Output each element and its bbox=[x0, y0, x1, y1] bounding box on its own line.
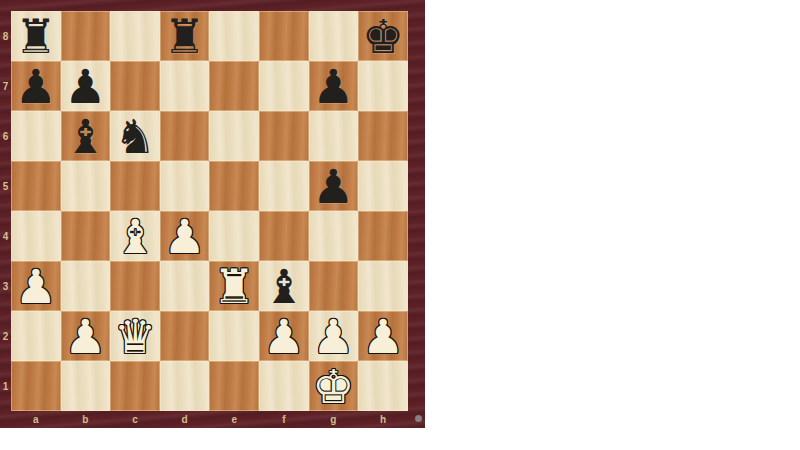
square-b8[interactable] bbox=[61, 11, 111, 61]
square-e2[interactable] bbox=[209, 311, 259, 361]
square-d7[interactable] bbox=[160, 61, 210, 111]
square-h8[interactable]: ♚ bbox=[358, 11, 408, 61]
square-h2[interactable]: ♟ bbox=[358, 311, 408, 361]
square-g7[interactable]: ♟ bbox=[309, 61, 359, 111]
square-g5[interactable]: ♟ bbox=[309, 161, 359, 211]
square-f2[interactable]: ♟ bbox=[259, 311, 309, 361]
square-d8[interactable]: ♜ bbox=[160, 11, 210, 61]
rank-label-7: 7 bbox=[0, 61, 11, 111]
square-b6[interactable]: ♝ bbox=[61, 111, 111, 161]
rank-label-5: 5 bbox=[0, 161, 11, 211]
rank-label-6: 6 bbox=[0, 111, 11, 161]
square-e5[interactable] bbox=[209, 161, 259, 211]
square-b5[interactable] bbox=[61, 161, 111, 211]
square-f5[interactable] bbox=[259, 161, 309, 211]
square-g1[interactable]: ♚ bbox=[309, 361, 359, 411]
square-a3[interactable]: ♟ bbox=[11, 261, 61, 311]
square-a2[interactable] bbox=[11, 311, 61, 361]
square-e7[interactable] bbox=[209, 61, 259, 111]
square-h1[interactable] bbox=[358, 361, 408, 411]
chess-board: ♜♜♚♟♟♟♝♞♟♝♟♟♜♝♟♛♟♟♟♚ 87654321 abcdefgh bbox=[0, 0, 425, 428]
file-label-f: f bbox=[259, 411, 309, 428]
black-king-h8: ♚ bbox=[362, 12, 404, 61]
square-e6[interactable] bbox=[209, 111, 259, 161]
square-d1[interactable] bbox=[160, 361, 210, 411]
square-d5[interactable] bbox=[160, 161, 210, 211]
square-h5[interactable] bbox=[358, 161, 408, 211]
white-pawn-d4: ♟ bbox=[164, 212, 206, 261]
square-c8[interactable] bbox=[110, 11, 160, 61]
black-rook-d8: ♜ bbox=[164, 12, 206, 61]
square-g4[interactable] bbox=[309, 211, 359, 261]
square-f7[interactable] bbox=[259, 61, 309, 111]
square-b1[interactable] bbox=[61, 361, 111, 411]
black-pawn-g5: ♟ bbox=[312, 162, 354, 211]
white-bishop-c4: ♝ bbox=[114, 212, 156, 261]
square-d6[interactable] bbox=[160, 111, 210, 161]
corner-dot bbox=[415, 415, 422, 422]
white-pawn-g2: ♟ bbox=[312, 312, 354, 361]
square-f1[interactable] bbox=[259, 361, 309, 411]
rank-label-1: 1 bbox=[0, 361, 11, 411]
square-d3[interactable] bbox=[160, 261, 210, 311]
square-h3[interactable] bbox=[358, 261, 408, 311]
square-g2[interactable]: ♟ bbox=[309, 311, 359, 361]
square-b4[interactable] bbox=[61, 211, 111, 261]
square-c6[interactable]: ♞ bbox=[110, 111, 160, 161]
white-pawn-h2: ♟ bbox=[362, 312, 404, 361]
board-grid: ♜♜♚♟♟♟♝♞♟♝♟♟♜♝♟♛♟♟♟♚ bbox=[11, 11, 408, 411]
square-b2[interactable]: ♟ bbox=[61, 311, 111, 361]
white-rook-e3: ♜ bbox=[213, 262, 255, 311]
square-c5[interactable] bbox=[110, 161, 160, 211]
square-e4[interactable] bbox=[209, 211, 259, 261]
square-c2[interactable]: ♛ bbox=[110, 311, 160, 361]
file-label-h: h bbox=[358, 411, 408, 428]
rank-label-4: 4 bbox=[0, 211, 11, 261]
square-b7[interactable]: ♟ bbox=[61, 61, 111, 111]
square-h7[interactable] bbox=[358, 61, 408, 111]
white-pawn-b2: ♟ bbox=[64, 312, 106, 361]
black-pawn-a7: ♟ bbox=[15, 62, 57, 111]
square-c1[interactable] bbox=[110, 361, 160, 411]
file-label-d: d bbox=[160, 411, 210, 428]
square-e3[interactable]: ♜ bbox=[209, 261, 259, 311]
white-pawn-a3: ♟ bbox=[15, 262, 57, 311]
file-label-b: b bbox=[61, 411, 111, 428]
square-a7[interactable]: ♟ bbox=[11, 61, 61, 111]
square-f4[interactable] bbox=[259, 211, 309, 261]
square-e1[interactable] bbox=[209, 361, 259, 411]
white-king-g1: ♚ bbox=[312, 362, 354, 411]
rank-label-8: 8 bbox=[0, 11, 11, 61]
black-rook-a8: ♜ bbox=[15, 12, 57, 61]
square-g3[interactable] bbox=[309, 261, 359, 311]
square-e8[interactable] bbox=[209, 11, 259, 61]
square-g6[interactable] bbox=[309, 111, 359, 161]
square-h4[interactable] bbox=[358, 211, 408, 261]
square-c7[interactable] bbox=[110, 61, 160, 111]
square-f3[interactable]: ♝ bbox=[259, 261, 309, 311]
rank-label-2: 2 bbox=[0, 311, 11, 361]
square-f6[interactable] bbox=[259, 111, 309, 161]
square-a5[interactable] bbox=[11, 161, 61, 211]
square-h6[interactable] bbox=[358, 111, 408, 161]
file-label-g: g bbox=[309, 411, 359, 428]
square-d4[interactable]: ♟ bbox=[160, 211, 210, 261]
square-c3[interactable] bbox=[110, 261, 160, 311]
screenshot-canvas: ♜♜♚♟♟♟♝♞♟♝♟♟♜♝♟♛♟♟♟♚ 87654321 abcdefgh bbox=[0, 0, 800, 450]
square-g8[interactable] bbox=[309, 11, 359, 61]
black-bishop-b6: ♝ bbox=[64, 112, 106, 161]
square-a1[interactable] bbox=[11, 361, 61, 411]
square-a4[interactable] bbox=[11, 211, 61, 261]
square-b3[interactable] bbox=[61, 261, 111, 311]
black-knight-c6: ♞ bbox=[114, 112, 156, 161]
square-a6[interactable] bbox=[11, 111, 61, 161]
black-pawn-g7: ♟ bbox=[312, 62, 354, 111]
file-label-c: c bbox=[110, 411, 160, 428]
file-label-a: a bbox=[11, 411, 61, 428]
black-pawn-b7: ♟ bbox=[64, 62, 106, 111]
white-queen-c2: ♛ bbox=[114, 312, 156, 361]
black-bishop-f3: ♝ bbox=[263, 262, 305, 311]
rank-label-3: 3 bbox=[0, 261, 11, 311]
square-a8[interactable]: ♜ bbox=[11, 11, 61, 61]
file-label-e: e bbox=[209, 411, 259, 428]
square-f8[interactable] bbox=[259, 11, 309, 61]
square-c4[interactable]: ♝ bbox=[110, 211, 160, 261]
square-d2[interactable] bbox=[160, 311, 210, 361]
white-pawn-f2: ♟ bbox=[263, 312, 305, 361]
